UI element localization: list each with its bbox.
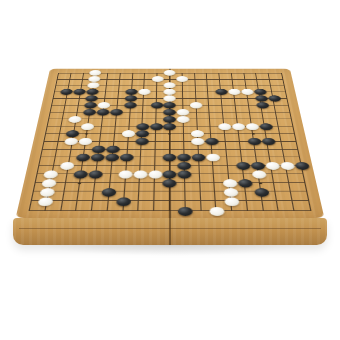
intersection (147, 188, 162, 197)
intersection (247, 138, 262, 146)
intersection (124, 95, 138, 102)
intersection (73, 170, 89, 179)
intersection (163, 116, 177, 123)
go-stone-black (215, 89, 228, 95)
product-photo (0, 0, 340, 340)
intersection (150, 95, 163, 102)
go-stone-white (122, 130, 136, 137)
intersection (206, 162, 221, 170)
intersection (62, 146, 78, 154)
go-stone-white (190, 102, 203, 108)
intersection (217, 109, 231, 116)
intersection (204, 123, 218, 130)
intersection (89, 162, 105, 170)
intersection (217, 116, 231, 123)
intersection (205, 130, 219, 138)
intersection (150, 116, 164, 123)
intersection (101, 188, 117, 197)
intersection (115, 197, 131, 206)
intersection (193, 197, 209, 206)
intersection (106, 138, 121, 146)
intersection (123, 109, 137, 116)
intersection (105, 154, 120, 162)
intersection (41, 179, 58, 188)
intersection (257, 116, 272, 123)
go-stone-black (88, 170, 103, 178)
intersection (177, 116, 191, 123)
board-front-edge (13, 218, 327, 245)
intersection (39, 188, 56, 197)
intersection (87, 179, 103, 188)
intersection (123, 102, 137, 109)
intersection (234, 146, 249, 154)
intersection (256, 206, 273, 216)
go-stone-black (85, 95, 98, 101)
intersection (284, 116, 299, 123)
intersection (178, 206, 194, 216)
intersection (58, 170, 74, 179)
intersection (190, 123, 204, 130)
intersection (177, 146, 191, 154)
go-stone-black (256, 102, 269, 108)
intersection (253, 188, 270, 197)
go-stone-black (178, 170, 192, 178)
intersection (84, 102, 98, 109)
intersection (276, 146, 292, 154)
intersection (222, 170, 238, 179)
intersection (287, 130, 303, 138)
intersection (266, 170, 282, 179)
intersection (91, 146, 106, 154)
intersection (85, 188, 101, 197)
intersection (223, 188, 239, 197)
intersection (109, 109, 123, 116)
go-stone-white (148, 170, 162, 178)
go-stone-white (223, 179, 238, 187)
intersection (177, 109, 191, 116)
intersection (203, 102, 217, 109)
go-stone-white (38, 197, 54, 206)
intersection (83, 206, 100, 216)
go-stone-white (40, 188, 56, 197)
go-stone-white (89, 70, 101, 76)
intersection (177, 138, 191, 146)
go-stone-black (150, 102, 163, 108)
go-stone-black (73, 89, 86, 95)
hoshi-point (78, 182, 82, 184)
go-stone-white (87, 82, 100, 88)
go-stone-black (205, 138, 219, 145)
intersection (205, 138, 220, 146)
intersection (242, 102, 256, 109)
intersection (204, 116, 218, 123)
stone-layer (19, 70, 320, 216)
intersection (228, 95, 242, 102)
intersection (137, 102, 151, 109)
intersection (216, 102, 230, 109)
intersection (95, 116, 109, 123)
intersection (108, 123, 122, 130)
intersection (192, 179, 208, 188)
intersection (220, 154, 235, 162)
go-stone-black (251, 162, 266, 170)
go-stone-black (106, 146, 120, 153)
go-stone-white (241, 89, 254, 95)
intersection (267, 179, 284, 188)
intersection (133, 162, 148, 170)
intersection (246, 130, 261, 138)
intersection (68, 116, 83, 123)
intersection (190, 102, 204, 109)
go-stone-black (259, 123, 273, 130)
intersection (69, 197, 86, 206)
intersection (235, 162, 251, 170)
intersection (177, 154, 192, 162)
intersection (148, 146, 162, 154)
go-stone-black (163, 154, 177, 162)
go-stone-black (136, 123, 149, 130)
intersection (176, 95, 189, 102)
intersection (177, 102, 190, 109)
intersection (238, 188, 254, 197)
intersection (208, 188, 224, 197)
go-stone-white (232, 123, 246, 130)
intersection (85, 95, 99, 102)
intersection (122, 116, 136, 123)
intersection (61, 154, 77, 162)
intersection (251, 170, 267, 179)
go-stone-black (92, 146, 106, 153)
intersection (193, 188, 209, 197)
intersection (105, 146, 120, 154)
intersection (301, 197, 319, 206)
go-stone-white (164, 95, 176, 101)
intersection (286, 123, 301, 130)
go-stone-black (135, 130, 148, 137)
go-stone-white (245, 123, 259, 130)
intersection (79, 130, 94, 138)
go-stone-black (254, 188, 270, 197)
intersection (271, 206, 288, 216)
intersection (118, 170, 133, 179)
go-stone-white (78, 138, 92, 145)
go-stone-white (43, 170, 58, 178)
intersection (74, 162, 90, 170)
intersection (191, 146, 206, 154)
go-stone-black (163, 179, 177, 187)
intersection (59, 162, 75, 170)
intersection (244, 116, 259, 123)
intersection (178, 188, 193, 197)
go-stone-white (191, 138, 205, 145)
intersection (163, 102, 176, 109)
intersection (94, 123, 109, 130)
intersection (260, 130, 275, 138)
intersection (243, 109, 257, 116)
intersection (132, 179, 148, 188)
intersection (245, 123, 260, 130)
intersection (70, 188, 87, 197)
go-stone-black (178, 154, 192, 162)
intersection (163, 162, 178, 170)
go-stone-white (60, 162, 75, 170)
intersection (146, 206, 162, 216)
go-stone-black (247, 138, 261, 145)
intersection (206, 154, 221, 162)
go-stone-white (151, 76, 163, 82)
intersection (111, 95, 125, 102)
intersection (122, 123, 136, 130)
go-stone-black (101, 188, 116, 197)
intersection (177, 123, 191, 130)
intersection (148, 162, 163, 170)
intersection (53, 197, 70, 206)
intersection (218, 130, 233, 138)
intersection (190, 116, 204, 123)
intersection (162, 188, 177, 197)
intersection (241, 95, 255, 102)
intersection (190, 109, 204, 116)
go-stone-black (268, 95, 281, 101)
intersection (81, 116, 96, 123)
go-board-scene (0, 0, 340, 340)
go-stone-white (177, 116, 190, 123)
intersection (202, 95, 216, 102)
go-stone-black (164, 116, 177, 123)
intersection (222, 179, 238, 188)
intersection (255, 197, 272, 206)
intersection (230, 109, 244, 116)
intersection (162, 179, 177, 188)
intersection (150, 109, 164, 116)
go-stone-black (60, 89, 73, 95)
intersection (134, 154, 149, 162)
intersection (178, 197, 194, 206)
intersection (239, 197, 256, 206)
intersection (107, 130, 122, 138)
intersection (191, 138, 205, 146)
intersection (268, 102, 283, 109)
intersection (297, 179, 314, 188)
intersection (256, 109, 271, 116)
intersection (88, 170, 104, 179)
intersection (275, 138, 291, 146)
go-stone-white (224, 197, 239, 206)
intersection (100, 197, 116, 206)
intersection (104, 162, 119, 170)
intersection (163, 95, 176, 102)
intersection (192, 170, 207, 179)
intersection (118, 162, 133, 170)
intersection (283, 109, 298, 116)
go-stone-white (81, 123, 95, 130)
intersection (97, 102, 111, 109)
intersection (92, 138, 107, 146)
intersection (224, 197, 240, 206)
intersection (163, 146, 177, 154)
intersection (136, 109, 150, 116)
intersection (294, 162, 310, 170)
intersection (259, 123, 274, 130)
go-stone-black (90, 154, 104, 162)
intersection (90, 154, 105, 162)
intersection (136, 116, 150, 123)
intersection (192, 154, 207, 162)
intersection (177, 162, 192, 170)
intersection (163, 154, 178, 162)
intersection (163, 138, 177, 146)
intersection (77, 146, 92, 154)
go-stone-white (164, 89, 176, 95)
go-stone-white (68, 116, 82, 123)
intersection (271, 116, 286, 123)
intersection (148, 154, 163, 162)
go-stone-white (191, 130, 204, 137)
go-stone-black (124, 102, 137, 108)
intersection (220, 146, 235, 154)
intersection (295, 170, 312, 179)
go-stone-black (105, 154, 119, 162)
go-stone-white (42, 179, 58, 187)
intersection (218, 123, 232, 130)
go-stone-white (280, 162, 295, 170)
intersection (265, 162, 281, 170)
go-stone-black (124, 95, 137, 101)
go-stone-black (261, 138, 275, 145)
go-stone-black (178, 162, 192, 170)
go-stone-black (120, 154, 134, 162)
intersection (72, 95, 86, 102)
go-stone-white (177, 76, 189, 82)
hoshi-point (252, 133, 255, 135)
intersection (135, 123, 149, 130)
intersection (132, 188, 148, 197)
intersection (55, 188, 72, 197)
intersection (267, 95, 281, 102)
go-stone-black (96, 109, 109, 116)
go-stone-white (265, 162, 280, 170)
go-stone-white (118, 170, 132, 178)
intersection (177, 179, 192, 188)
intersection (83, 109, 97, 116)
intersection (134, 146, 149, 154)
go-stone-white (133, 170, 147, 178)
intersection (177, 130, 191, 138)
intersection (78, 138, 93, 146)
intersection (177, 170, 192, 179)
intersection (69, 109, 84, 116)
intersection (261, 138, 276, 146)
intersection (147, 179, 162, 188)
intersection (262, 146, 278, 154)
go-stone-white (88, 76, 101, 82)
intersection (299, 188, 316, 197)
go-stone-black (254, 89, 267, 95)
intersection (163, 123, 177, 130)
intersection (282, 102, 297, 109)
intersection (67, 206, 84, 216)
intersection (65, 130, 80, 138)
go-stone-white (210, 207, 225, 216)
go-stone-black (135, 138, 149, 145)
intersection (232, 130, 247, 138)
intersection (135, 130, 149, 138)
intersection (103, 170, 119, 179)
intersection (203, 109, 217, 116)
intersection (149, 138, 163, 146)
go-stone-black (84, 102, 97, 108)
go-stone-white (177, 109, 190, 116)
intersection (272, 123, 287, 130)
intersection (248, 146, 263, 154)
intersection (209, 206, 225, 216)
go-stone-black (150, 123, 163, 130)
go-stone-black (73, 170, 88, 178)
intersection (237, 179, 253, 188)
intersection (225, 206, 242, 216)
go-stone-black (116, 197, 131, 206)
go-stone-black (178, 207, 193, 216)
intersection (148, 170, 163, 179)
intersection (235, 154, 250, 162)
intersection (189, 95, 202, 102)
intersection (233, 138, 248, 146)
intersection (279, 162, 295, 170)
intersection (116, 188, 132, 197)
intersection (229, 102, 243, 109)
intersection (263, 154, 279, 162)
intersection (135, 138, 149, 146)
go-stone-black (110, 109, 123, 116)
go-stone-black (83, 109, 96, 116)
go-stone-black (164, 102, 176, 108)
intersection (133, 170, 148, 179)
go-stone-white (164, 70, 176, 76)
intersection (191, 130, 205, 138)
go-stone-black (238, 179, 253, 187)
intersection (269, 188, 286, 197)
go-stone-white (164, 82, 176, 88)
intersection (163, 109, 176, 116)
go-stone-black (236, 162, 251, 170)
intersection (290, 146, 306, 154)
go-stone-white (64, 138, 78, 145)
intersection (117, 179, 133, 188)
intersection (80, 123, 95, 130)
intersection (240, 206, 257, 216)
go-stone-white (206, 154, 220, 162)
intersection (231, 116, 245, 123)
intersection (289, 138, 305, 146)
intersection (219, 138, 234, 146)
intersection (255, 102, 269, 109)
intersection (121, 130, 135, 138)
go-stone-white (252, 170, 267, 178)
intersection (270, 197, 287, 206)
intersection (193, 206, 209, 216)
hoshi-point (85, 133, 88, 135)
intersection (147, 197, 163, 206)
intersection (149, 123, 163, 130)
intersection (93, 130, 108, 138)
intersection (102, 179, 118, 188)
intersection (231, 123, 246, 130)
go-stone-black (164, 109, 177, 116)
intersection (96, 109, 110, 116)
intersection (149, 130, 163, 138)
hoshi-point (259, 182, 263, 184)
intersection (119, 154, 134, 162)
